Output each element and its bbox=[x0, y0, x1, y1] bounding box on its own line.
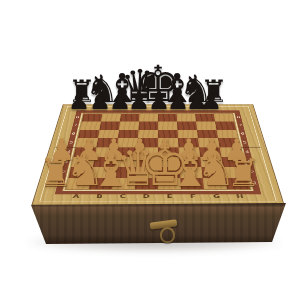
square-b4 bbox=[95, 147, 117, 157]
square-b7 bbox=[99, 122, 119, 130]
square-h6 bbox=[217, 130, 239, 139]
square-f1 bbox=[180, 178, 204, 189]
square-g2 bbox=[201, 167, 225, 178]
square-b5 bbox=[96, 138, 118, 147]
square-d7 bbox=[138, 122, 158, 130]
square-h5 bbox=[218, 138, 240, 147]
square-c6 bbox=[118, 130, 139, 139]
rank-labels-right-5: 5 bbox=[238, 138, 252, 147]
piece-black-king-e8: ♚ bbox=[136, 59, 181, 109]
square-a3 bbox=[71, 157, 95, 167]
rank-labels-right-8: 8 bbox=[232, 114, 245, 122]
square-f2 bbox=[180, 167, 203, 178]
square-c8 bbox=[120, 114, 139, 122]
square-a8 bbox=[82, 114, 102, 122]
square-d5 bbox=[137, 138, 158, 147]
square-c2 bbox=[113, 167, 136, 178]
file-label-g: G bbox=[205, 194, 229, 199]
square-h1 bbox=[225, 178, 250, 189]
rank-labels-right-1: 1 bbox=[247, 178, 263, 189]
file-label-f: F bbox=[181, 194, 205, 199]
square-e2 bbox=[158, 167, 180, 178]
rank-labels-left-3: 3 bbox=[59, 157, 74, 167]
square-e5 bbox=[158, 138, 179, 147]
square-a6 bbox=[78, 130, 100, 139]
square-h4 bbox=[220, 147, 243, 157]
square-c5 bbox=[117, 138, 138, 147]
square-h2 bbox=[223, 167, 247, 178]
square-b3 bbox=[93, 157, 116, 167]
square-a5 bbox=[76, 138, 98, 147]
square-g4 bbox=[199, 147, 221, 157]
square-h7 bbox=[215, 122, 236, 130]
piece-black-bishop-c8: ♝ bbox=[104, 68, 140, 108]
square-f6 bbox=[178, 130, 199, 139]
file-label-d: D bbox=[134, 194, 158, 199]
square-d3 bbox=[136, 157, 158, 167]
rank-labels-right-7: 7 bbox=[234, 122, 247, 130]
chess-set-photo: ABCDEFGH 12345678 12345678 ♜♞♝♛♚♝♞♜♟♟♟♟♟… bbox=[0, 0, 300, 300]
file-label-h: H bbox=[228, 194, 252, 199]
square-f7 bbox=[177, 122, 197, 130]
square-d8 bbox=[139, 114, 158, 122]
board-squares bbox=[66, 114, 250, 190]
square-a2 bbox=[69, 167, 93, 178]
piece-black-knight-g8: ♞ bbox=[179, 70, 213, 108]
square-c4 bbox=[116, 147, 138, 157]
square-a4 bbox=[74, 147, 97, 157]
square-d2 bbox=[136, 167, 158, 178]
square-g1 bbox=[203, 178, 227, 189]
square-g3 bbox=[200, 157, 223, 167]
rank-labels-left-1: 1 bbox=[53, 178, 69, 189]
square-c1 bbox=[112, 178, 136, 189]
square-e6 bbox=[158, 130, 178, 139]
square-e8 bbox=[158, 114, 177, 122]
piece-black-bishop-f8: ♝ bbox=[159, 68, 195, 108]
chess-board: ABCDEFGH 12345678 12345678 bbox=[31, 104, 284, 205]
square-g5 bbox=[198, 138, 220, 147]
square-h8 bbox=[214, 114, 234, 122]
piece-black-rook-h8: ♜ bbox=[200, 76, 228, 107]
rank-labels-right-6: 6 bbox=[236, 130, 249, 139]
square-b2 bbox=[91, 167, 115, 178]
square-c3 bbox=[115, 157, 137, 167]
square-e4 bbox=[158, 147, 179, 157]
square-b1 bbox=[89, 178, 113, 189]
square-e7 bbox=[158, 122, 178, 130]
square-f3 bbox=[179, 157, 201, 167]
square-f8 bbox=[177, 114, 196, 122]
square-d4 bbox=[137, 147, 158, 157]
square-d6 bbox=[138, 130, 158, 139]
piece-black-rook-a8: ♜ bbox=[68, 76, 96, 107]
square-f5 bbox=[178, 138, 199, 147]
file-label-b: B bbox=[87, 194, 111, 199]
square-g8 bbox=[195, 114, 215, 122]
ground-shadow bbox=[28, 236, 280, 252]
rank-labels-left-8: 8 bbox=[71, 114, 84, 122]
square-e3 bbox=[158, 157, 180, 167]
square-f4 bbox=[179, 147, 201, 157]
square-g6 bbox=[197, 130, 218, 139]
rank-labels-right-3: 3 bbox=[242, 157, 257, 167]
piece-black-queen-d8: ♛ bbox=[120, 64, 159, 108]
piece-black-knight-b8: ♞ bbox=[85, 70, 119, 108]
rank-labels-right-2: 2 bbox=[245, 167, 260, 178]
file-label-e: E bbox=[158, 194, 182, 199]
file-label-a: A bbox=[64, 194, 88, 199]
square-c7 bbox=[119, 122, 139, 130]
square-a7 bbox=[80, 122, 101, 130]
square-g7 bbox=[196, 122, 216, 130]
square-a1 bbox=[66, 178, 91, 189]
square-b6 bbox=[98, 130, 119, 139]
rank-labels-left-4: 4 bbox=[61, 147, 75, 157]
square-e1 bbox=[158, 178, 181, 189]
square-d1 bbox=[135, 178, 158, 189]
rank-labels-right-4: 4 bbox=[240, 147, 254, 157]
rank-labels-left-7: 7 bbox=[69, 122, 82, 130]
square-h3 bbox=[221, 157, 245, 167]
rank-labels-left-5: 5 bbox=[64, 138, 78, 147]
rank-labels-left-6: 6 bbox=[67, 130, 80, 139]
file-label-c: C bbox=[111, 194, 135, 199]
rank-labels-left-2: 2 bbox=[56, 167, 71, 178]
square-b8 bbox=[101, 114, 121, 122]
